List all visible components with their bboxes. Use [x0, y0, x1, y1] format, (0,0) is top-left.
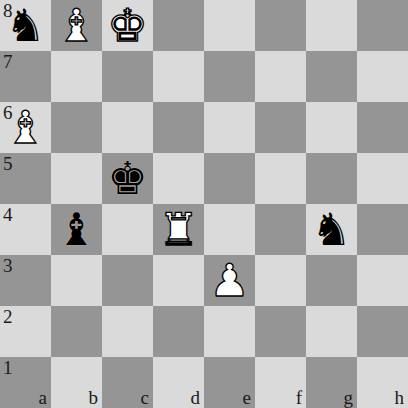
square-h1[interactable]: h	[357, 357, 408, 408]
square-d1[interactable]: d	[153, 357, 204, 408]
black-king-c5[interactable]: ♚	[102, 153, 153, 204]
square-a5[interactable]: 5	[0, 153, 51, 204]
file-label-f: f	[296, 388, 302, 407]
square-c8[interactable]: ♚	[102, 0, 153, 51]
black-knight-g4[interactable]: ♞	[306, 204, 357, 255]
square-f5[interactable]	[255, 153, 306, 204]
square-e3[interactable]: ♟	[204, 255, 255, 306]
square-b7[interactable]	[51, 51, 102, 102]
square-g2[interactable]	[306, 306, 357, 357]
square-g5[interactable]	[306, 153, 357, 204]
square-b1[interactable]: b	[51, 357, 102, 408]
square-e5[interactable]	[204, 153, 255, 204]
square-d3[interactable]	[153, 255, 204, 306]
square-h3[interactable]	[357, 255, 408, 306]
square-h7[interactable]	[357, 51, 408, 102]
square-b2[interactable]	[51, 306, 102, 357]
square-e4[interactable]	[204, 204, 255, 255]
black-knight-a8[interactable]: ♞	[0, 0, 51, 51]
square-g1[interactable]: g	[306, 357, 357, 408]
square-e1[interactable]: e	[204, 357, 255, 408]
rank-label-4: 4	[3, 205, 13, 224]
square-e7[interactable]	[204, 51, 255, 102]
rank-label-2: 2	[3, 307, 13, 326]
square-e8[interactable]	[204, 0, 255, 51]
square-g6[interactable]	[306, 102, 357, 153]
square-b4[interactable]: ♝	[51, 204, 102, 255]
square-f8[interactable]	[255, 0, 306, 51]
chess-board: 8♞♝♚76♝5♚4♝♜♞3♟21abcdefgh	[0, 0, 408, 408]
square-f3[interactable]	[255, 255, 306, 306]
square-g8[interactable]	[306, 0, 357, 51]
chess-diagram: 8♞♝♚76♝5♚4♝♜♞3♟21abcdefgh	[0, 0, 408, 408]
square-c2[interactable]	[102, 306, 153, 357]
square-a6[interactable]: 6♝	[0, 102, 51, 153]
square-c5[interactable]: ♚	[102, 153, 153, 204]
file-label-a: a	[39, 388, 47, 407]
square-h8[interactable]	[357, 0, 408, 51]
square-h4[interactable]	[357, 204, 408, 255]
square-g4[interactable]: ♞	[306, 204, 357, 255]
white-bishop-a6[interactable]: ♝	[0, 102, 51, 153]
file-label-b: b	[89, 388, 99, 407]
white-bishop-b8[interactable]: ♝	[51, 0, 102, 51]
square-f7[interactable]	[255, 51, 306, 102]
square-e6[interactable]	[204, 102, 255, 153]
square-g3[interactable]	[306, 255, 357, 306]
white-king-c8[interactable]: ♚	[102, 0, 153, 51]
rank-label-1: 1	[3, 358, 13, 377]
white-pawn-e3[interactable]: ♟	[204, 255, 255, 306]
square-f6[interactable]	[255, 102, 306, 153]
rank-label-3: 3	[3, 256, 13, 275]
rank-label-7: 7	[3, 52, 13, 71]
square-e2[interactable]	[204, 306, 255, 357]
square-a7[interactable]: 7	[0, 51, 51, 102]
square-h6[interactable]	[357, 102, 408, 153]
square-a4[interactable]: 4	[0, 204, 51, 255]
square-h2[interactable]	[357, 306, 408, 357]
file-label-d: d	[191, 388, 201, 407]
square-d7[interactable]	[153, 51, 204, 102]
square-a2[interactable]: 2	[0, 306, 51, 357]
square-f4[interactable]	[255, 204, 306, 255]
square-c4[interactable]	[102, 204, 153, 255]
file-label-h: h	[395, 388, 405, 407]
square-b6[interactable]	[51, 102, 102, 153]
square-d5[interactable]	[153, 153, 204, 204]
square-f2[interactable]	[255, 306, 306, 357]
square-a3[interactable]: 3	[0, 255, 51, 306]
square-h5[interactable]	[357, 153, 408, 204]
square-a1[interactable]: 1a	[0, 357, 51, 408]
square-d4[interactable]: ♜	[153, 204, 204, 255]
file-label-c: c	[141, 388, 149, 407]
square-b5[interactable]	[51, 153, 102, 204]
black-bishop-b4[interactable]: ♝	[51, 204, 102, 255]
square-g7[interactable]	[306, 51, 357, 102]
square-d2[interactable]	[153, 306, 204, 357]
file-label-e: e	[243, 388, 251, 407]
white-rook-d4[interactable]: ♜	[153, 204, 204, 255]
square-c6[interactable]	[102, 102, 153, 153]
square-c7[interactable]	[102, 51, 153, 102]
square-f1[interactable]: f	[255, 357, 306, 408]
square-a8[interactable]: 8♞	[0, 0, 51, 51]
square-c3[interactable]	[102, 255, 153, 306]
square-d8[interactable]	[153, 0, 204, 51]
square-b3[interactable]	[51, 255, 102, 306]
file-label-g: g	[344, 388, 354, 407]
square-b8[interactable]: ♝	[51, 0, 102, 51]
square-d6[interactable]	[153, 102, 204, 153]
rank-label-5: 5	[3, 154, 13, 173]
square-c1[interactable]: c	[102, 357, 153, 408]
